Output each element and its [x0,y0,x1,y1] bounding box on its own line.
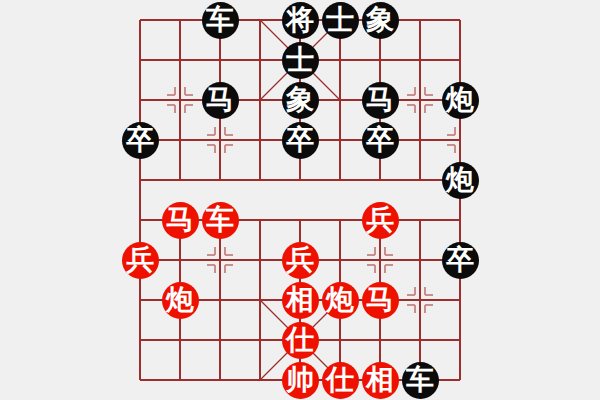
piece-red-pawn[interactable]: 兵 [282,242,319,279]
piece-red-advisor[interactable]: 仕 [322,362,359,399]
piece-black-advisor[interactable]: 士 [322,2,359,39]
piece-black-advisor[interactable]: 士 [282,42,319,79]
piece-red-horse[interactable]: 马 [162,202,199,239]
piece-red-cannon[interactable]: 炮 [162,282,199,319]
piece-black-elephant[interactable]: 象 [362,2,399,39]
xiangqi-board: 车将士象士马象马炮卒卒卒炮马车兵兵兵卒炮相炮马仕帅仕相车 [0,0,600,400]
piece-red-elephant[interactable]: 相 [282,282,319,319]
piece-red-pawn[interactable]: 兵 [362,202,399,239]
piece-black-elephant[interactable]: 象 [282,82,319,119]
piece-black-chariot[interactable]: 车 [402,362,439,399]
piece-red-general[interactable]: 帅 [282,362,319,399]
piece-black-pawn[interactable]: 卒 [442,242,479,279]
piece-black-general[interactable]: 将 [282,2,319,39]
piece-black-pawn[interactable]: 卒 [122,122,159,159]
piece-red-elephant[interactable]: 相 [362,362,399,399]
piece-black-pawn[interactable]: 卒 [362,122,399,159]
piece-black-chariot[interactable]: 车 [202,2,239,39]
piece-red-advisor[interactable]: 仕 [282,322,319,359]
piece-red-pawn[interactable]: 兵 [122,242,159,279]
piece-red-cannon[interactable]: 炮 [322,282,359,319]
piece-red-chariot[interactable]: 车 [202,202,239,239]
piece-red-horse[interactable]: 马 [362,282,399,319]
pieces-layer: 车将士象士马象马炮卒卒卒炮马车兵兵兵卒炮相炮马仕帅仕相车 [120,0,480,400]
piece-black-horse[interactable]: 马 [362,82,399,119]
piece-black-horse[interactable]: 马 [202,82,239,119]
piece-black-pawn[interactable]: 卒 [282,122,319,159]
piece-black-cannon[interactable]: 炮 [442,82,479,119]
piece-black-cannon[interactable]: 炮 [442,162,479,199]
